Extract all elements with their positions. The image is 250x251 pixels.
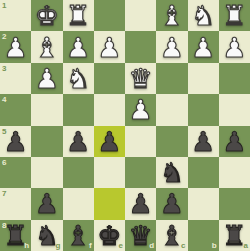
square-c1[interactable]: ♝ bbox=[156, 0, 187, 31]
white-pawn-icon[interactable]: ♟ bbox=[160, 34, 184, 61]
square-c3[interactable] bbox=[156, 63, 187, 94]
square-d2[interactable] bbox=[125, 31, 156, 62]
square-f5[interactable]: ♟ bbox=[63, 126, 94, 157]
square-b5[interactable]: ♟ bbox=[188, 126, 219, 157]
rank-label-8: 8 bbox=[2, 222, 6, 230]
square-c2[interactable]: ♟ bbox=[156, 31, 187, 62]
square-e7[interactable] bbox=[94, 188, 125, 219]
file-label-b: b bbox=[212, 242, 217, 250]
square-g7[interactable]: ♟ bbox=[31, 188, 62, 219]
square-b7[interactable] bbox=[188, 188, 219, 219]
square-g1[interactable]: ♚ bbox=[31, 0, 62, 31]
file-label-c: c bbox=[181, 242, 185, 250]
square-d7[interactable]: ♟ bbox=[125, 188, 156, 219]
square-a2[interactable]: ♟ bbox=[219, 31, 250, 62]
square-c7[interactable]: ♟ bbox=[156, 188, 187, 219]
white-rook-icon[interactable]: ♜ bbox=[66, 2, 90, 29]
square-g5[interactable] bbox=[31, 126, 62, 157]
black-pawn-icon[interactable]: ♟ bbox=[160, 190, 184, 217]
square-a4[interactable] bbox=[219, 94, 250, 125]
white-pawn-icon[interactable]: ♟ bbox=[4, 34, 28, 61]
square-h7[interactable]: 7 bbox=[0, 188, 31, 219]
square-a6[interactable] bbox=[219, 157, 250, 188]
square-g2[interactable]: ♝ bbox=[31, 31, 62, 62]
square-d6[interactable] bbox=[125, 157, 156, 188]
square-d8[interactable]: d♛ bbox=[125, 220, 156, 251]
square-d1[interactable] bbox=[125, 0, 156, 31]
square-c6[interactable]: ♞ bbox=[156, 157, 187, 188]
square-g4[interactable] bbox=[31, 94, 62, 125]
white-bishop-icon[interactable]: ♝ bbox=[160, 2, 184, 29]
square-f7[interactable] bbox=[63, 188, 94, 219]
square-a3[interactable] bbox=[219, 63, 250, 94]
file-label-g: g bbox=[56, 242, 61, 250]
square-h3[interactable]: 3 bbox=[0, 63, 31, 94]
square-e2[interactable]: ♟ bbox=[94, 31, 125, 62]
white-pawn-icon[interactable]: ♟ bbox=[35, 65, 59, 92]
square-g6[interactable] bbox=[31, 157, 62, 188]
square-c8[interactable]: c♝ bbox=[156, 220, 187, 251]
square-d5[interactable] bbox=[125, 126, 156, 157]
chess-board: 1♚♜♝♞♜2♟♝♟♟♟♟♟3♟♞♛4♟5♟♟♟♟♟6♞7♟♟♟8h♜g♞f♝e… bbox=[0, 0, 250, 251]
black-pawn-icon[interactable]: ♟ bbox=[4, 128, 28, 155]
square-f1[interactable]: ♜ bbox=[63, 0, 94, 31]
square-f2[interactable]: ♟ bbox=[63, 31, 94, 62]
white-king-icon[interactable]: ♚ bbox=[35, 2, 59, 29]
square-h4[interactable]: 4 bbox=[0, 94, 31, 125]
black-pawn-icon[interactable]: ♟ bbox=[222, 128, 246, 155]
white-pawn-icon[interactable]: ♟ bbox=[97, 34, 121, 61]
file-label-e: e bbox=[119, 242, 123, 250]
black-pawn-icon[interactable]: ♟ bbox=[97, 128, 121, 155]
rank-label-3: 3 bbox=[2, 65, 6, 73]
square-h6[interactable]: 6 bbox=[0, 157, 31, 188]
square-f6[interactable] bbox=[63, 157, 94, 188]
rank-label-1: 1 bbox=[2, 2, 6, 10]
square-g8[interactable]: g♞ bbox=[31, 220, 62, 251]
black-pawn-icon[interactable]: ♟ bbox=[191, 128, 215, 155]
square-e1[interactable] bbox=[94, 0, 125, 31]
rank-label-4: 4 bbox=[2, 96, 6, 104]
square-e6[interactable] bbox=[94, 157, 125, 188]
file-label-d: d bbox=[149, 242, 154, 250]
black-pawn-icon[interactable]: ♟ bbox=[129, 190, 153, 217]
black-pawn-icon[interactable]: ♟ bbox=[66, 128, 90, 155]
square-g3[interactable]: ♟ bbox=[31, 63, 62, 94]
square-a8[interactable]: a♜ bbox=[219, 220, 250, 251]
square-c4[interactable] bbox=[156, 94, 187, 125]
square-e3[interactable] bbox=[94, 63, 125, 94]
white-knight-icon[interactable]: ♞ bbox=[66, 65, 90, 92]
square-a5[interactable]: ♟ bbox=[219, 126, 250, 157]
square-f4[interactable] bbox=[63, 94, 94, 125]
square-h2[interactable]: 2♟ bbox=[0, 31, 31, 62]
square-a1[interactable]: ♜ bbox=[219, 0, 250, 31]
square-e4[interactable] bbox=[94, 94, 125, 125]
square-f8[interactable]: f♝ bbox=[63, 220, 94, 251]
square-e8[interactable]: e♚ bbox=[94, 220, 125, 251]
square-b8[interactable]: b bbox=[188, 220, 219, 251]
square-h5[interactable]: 5♟ bbox=[0, 126, 31, 157]
white-queen-icon[interactable]: ♛ bbox=[129, 65, 153, 92]
white-bishop-icon[interactable]: ♝ bbox=[35, 34, 59, 61]
square-b2[interactable]: ♟ bbox=[188, 31, 219, 62]
white-pawn-icon[interactable]: ♟ bbox=[66, 34, 90, 61]
rank-label-7: 7 bbox=[2, 190, 6, 198]
square-e5[interactable]: ♟ bbox=[94, 126, 125, 157]
square-a7[interactable] bbox=[219, 188, 250, 219]
rank-label-5: 5 bbox=[2, 128, 6, 136]
black-pawn-icon[interactable]: ♟ bbox=[35, 190, 59, 217]
square-d3[interactable]: ♛ bbox=[125, 63, 156, 94]
square-h8[interactable]: 8h♜ bbox=[0, 220, 31, 251]
file-label-a: a bbox=[244, 242, 248, 250]
white-rook-icon[interactable]: ♜ bbox=[222, 2, 246, 29]
square-b3[interactable] bbox=[188, 63, 219, 94]
square-c5[interactable] bbox=[156, 126, 187, 157]
square-d4[interactable]: ♟ bbox=[125, 94, 156, 125]
square-b1[interactable]: ♞ bbox=[188, 0, 219, 31]
black-knight-icon[interactable]: ♞ bbox=[160, 159, 184, 186]
file-label-f: f bbox=[89, 242, 92, 250]
black-bishop-icon[interactable]: ♝ bbox=[66, 222, 90, 249]
file-label-h: h bbox=[24, 242, 29, 250]
square-h1[interactable]: 1 bbox=[0, 0, 31, 31]
square-f3[interactable]: ♞ bbox=[63, 63, 94, 94]
square-b4[interactable] bbox=[188, 94, 219, 125]
rank-label-2: 2 bbox=[2, 33, 6, 41]
white-pawn-icon[interactable]: ♟ bbox=[222, 34, 246, 61]
square-b6[interactable] bbox=[188, 157, 219, 188]
white-pawn-icon[interactable]: ♟ bbox=[129, 96, 153, 123]
white-pawn-icon[interactable]: ♟ bbox=[191, 34, 215, 61]
rank-label-6: 6 bbox=[2, 159, 6, 167]
white-knight-icon[interactable]: ♞ bbox=[191, 2, 215, 29]
